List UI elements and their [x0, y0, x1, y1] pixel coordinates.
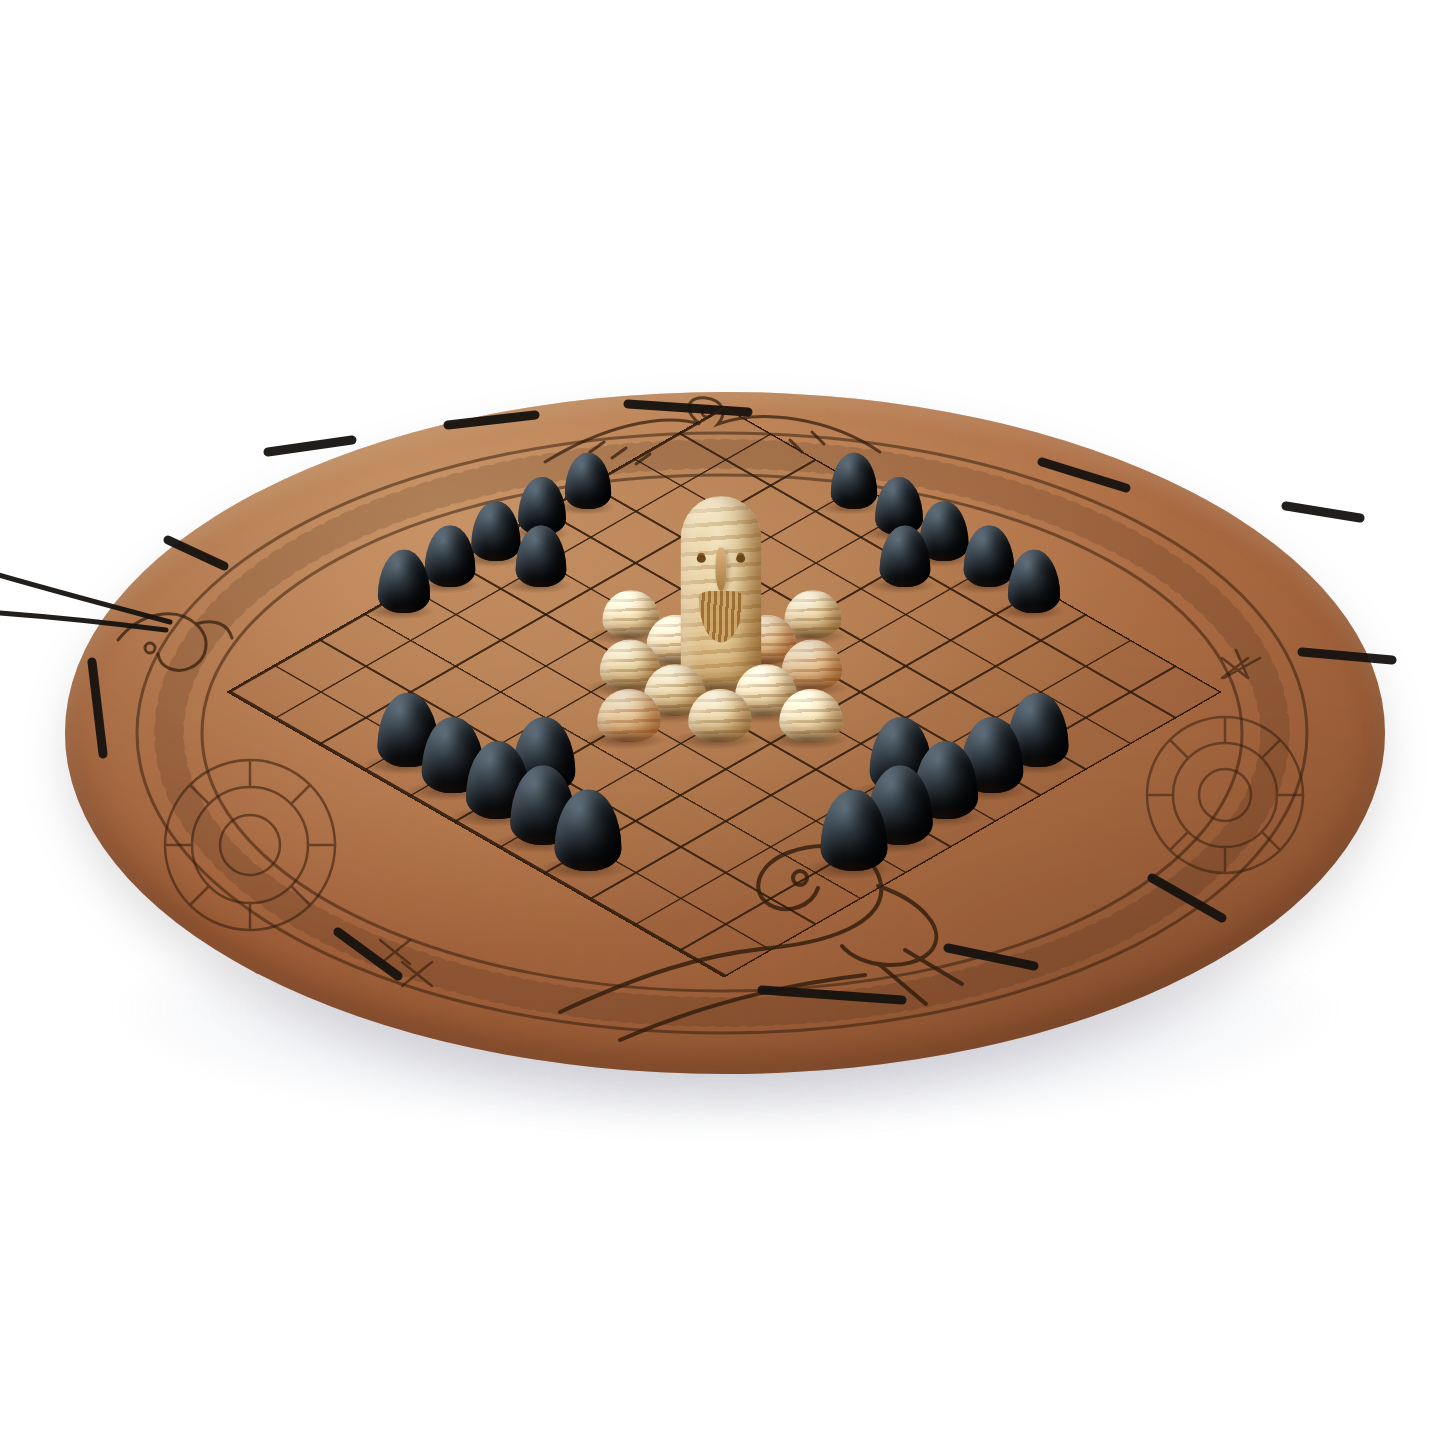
attacker-piece[interactable] [831, 453, 877, 509]
attacker-piece[interactable] [425, 525, 476, 587]
king-nose-icon [715, 548, 726, 591]
attacker-piece[interactable] [378, 549, 430, 612]
king-eye-icon [736, 555, 745, 563]
defender-piece[interactable] [779, 688, 843, 741]
king-face [690, 537, 751, 649]
king-beard-icon [699, 591, 743, 643]
attacker-piece[interactable] [565, 453, 611, 509]
attacker-piece[interactable] [471, 501, 520, 561]
attacker-piece[interactable] [964, 525, 1015, 587]
pieces-layer [0, 0, 1445, 1445]
attacker-piece[interactable] [1008, 549, 1060, 612]
king-piece[interactable] [681, 496, 762, 690]
king-eye-icon [697, 555, 706, 563]
tabletop-scene [0, 0, 1445, 1445]
